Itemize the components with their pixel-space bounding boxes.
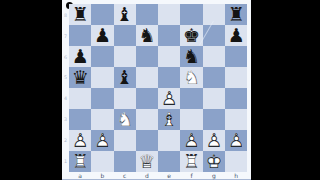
left-letterbox-bar xyxy=(0,0,62,180)
square-d7[interactable]: ♞ xyxy=(136,25,158,46)
piece-black-queen: ♛ xyxy=(69,67,91,88)
square-d8[interactable] xyxy=(136,4,158,25)
black-piece-glyph: ♝ xyxy=(114,67,136,88)
square-a3[interactable] xyxy=(69,109,91,130)
piece-black-pawn: ♟ xyxy=(91,25,113,46)
white-piece-outline: ♖ xyxy=(69,151,91,172)
piece-white-pawn: ♟♙ xyxy=(225,130,247,151)
square-f4[interactable] xyxy=(180,88,202,109)
file-label-d: d xyxy=(136,172,158,179)
square-a6[interactable]: ♟ xyxy=(69,46,91,67)
white-piece-outline: ♕ xyxy=(136,151,158,172)
square-f6[interactable]: ♞ xyxy=(180,46,202,67)
square-c8[interactable]: ♝ xyxy=(114,4,136,25)
square-e3[interactable]: ♝♗ xyxy=(158,109,180,130)
black-piece-glyph: ♜ xyxy=(69,4,91,25)
square-h3[interactable] xyxy=(225,109,247,130)
square-h1[interactable] xyxy=(225,151,247,172)
white-piece-outline: ♙ xyxy=(91,130,113,151)
piece-white-king: ♚♔ xyxy=(203,151,225,172)
square-g3[interactable] xyxy=(203,109,225,130)
rank-label-6: 6 xyxy=(63,54,69,60)
square-g4[interactable] xyxy=(203,88,225,109)
white-piece-outline: ♘ xyxy=(114,109,136,130)
file-label-b: b xyxy=(91,172,113,179)
file-label-e: e xyxy=(158,172,180,179)
white-piece-outline: ♙ xyxy=(158,88,180,109)
black-piece-glyph: ♜ xyxy=(225,4,247,25)
black-piece-glyph: ♟ xyxy=(69,46,91,67)
square-h4[interactable] xyxy=(225,88,247,109)
piece-white-rook: ♜♖ xyxy=(69,151,91,172)
white-piece-outline: ♙ xyxy=(203,130,225,151)
piece-white-bishop: ♝♗ xyxy=(158,109,180,130)
black-piece-glyph: ♟ xyxy=(225,25,247,46)
white-piece-outline: ♙ xyxy=(69,130,91,151)
white-piece-outline: ♖ xyxy=(180,151,202,172)
rank-label-7: 7 xyxy=(63,33,69,39)
square-h7[interactable]: ♟ xyxy=(225,25,247,46)
rank-label-2: 2 xyxy=(63,138,69,144)
square-b6[interactable] xyxy=(91,46,113,67)
square-g5[interactable] xyxy=(203,67,225,88)
piece-black-rook: ♜ xyxy=(225,4,247,25)
rank-label-8: 8 xyxy=(63,12,69,18)
white-piece-outline: ♗ xyxy=(158,109,180,130)
piece-white-pawn: ♟♙ xyxy=(203,130,225,151)
screenshot-stage: ♜♝♜♟♞♚♟♟♞♛♝♞♘♟♙♞♘♝♗♟♙♟♙♟♙♟♙♟♙♜♖♛♕♜♖♚♔ 87… xyxy=(0,0,320,180)
square-e1[interactable] xyxy=(158,151,180,172)
square-b1[interactable] xyxy=(91,151,113,172)
piece-black-pawn: ♟ xyxy=(225,25,247,46)
square-b7[interactable]: ♟ xyxy=(91,25,113,46)
piece-black-knight: ♞ xyxy=(180,46,202,67)
black-piece-glyph: ♞ xyxy=(180,46,202,67)
file-label-h: h xyxy=(225,172,247,179)
square-d4[interactable] xyxy=(136,88,158,109)
chess-board: ♜♝♜♟♞♚♟♟♞♛♝♞♘♟♙♞♘♝♗♟♙♟♙♟♙♟♙♟♙♜♖♛♕♜♖♚♔ xyxy=(69,4,247,172)
square-c2[interactable] xyxy=(114,130,136,151)
rank-label-1: 1 xyxy=(63,159,69,165)
rank-label-3: 3 xyxy=(63,117,69,123)
square-a2[interactable]: ♟♙ xyxy=(69,130,91,151)
piece-white-pawn: ♟♙ xyxy=(69,130,91,151)
square-d1[interactable]: ♛♕ xyxy=(136,151,158,172)
piece-black-bishop: ♝ xyxy=(114,67,136,88)
right-letterbox-bar xyxy=(251,0,320,180)
square-a1[interactable]: ♜♖ xyxy=(69,151,91,172)
square-c6[interactable] xyxy=(114,46,136,67)
square-a8[interactable]: ♜ xyxy=(69,4,91,25)
square-c7[interactable] xyxy=(114,25,136,46)
square-c4[interactable] xyxy=(114,88,136,109)
square-c1[interactable] xyxy=(114,151,136,172)
square-a7[interactable] xyxy=(69,25,91,46)
square-g2[interactable]: ♟♙ xyxy=(203,130,225,151)
square-e6[interactable] xyxy=(158,46,180,67)
square-a5[interactable]: ♛ xyxy=(69,67,91,88)
square-c3[interactable]: ♞♘ xyxy=(114,109,136,130)
square-e2[interactable] xyxy=(158,130,180,151)
piece-black-bishop: ♝ xyxy=(114,4,136,25)
piece-white-knight: ♞♘ xyxy=(114,109,136,130)
square-a4[interactable] xyxy=(69,88,91,109)
square-b5[interactable] xyxy=(91,67,113,88)
piece-black-rook: ♜ xyxy=(69,4,91,25)
square-f5[interactable]: ♞♘ xyxy=(180,67,202,88)
square-c5[interactable]: ♝ xyxy=(114,67,136,88)
square-b4[interactable] xyxy=(91,88,113,109)
square-b2[interactable]: ♟♙ xyxy=(91,130,113,151)
black-piece-glyph: ♝ xyxy=(114,4,136,25)
square-h6[interactable] xyxy=(225,46,247,67)
square-e8[interactable] xyxy=(158,4,180,25)
rank-label-5: 5 xyxy=(63,75,69,81)
square-e7[interactable] xyxy=(158,25,180,46)
black-piece-glyph: ♞ xyxy=(136,25,158,46)
square-f1[interactable]: ♜♖ xyxy=(180,151,202,172)
piece-white-pawn: ♟♙ xyxy=(158,88,180,109)
square-h5[interactable] xyxy=(225,67,247,88)
file-label-c: c xyxy=(114,172,136,179)
rank-label-4: 4 xyxy=(63,96,69,102)
file-label-g: g xyxy=(203,172,225,179)
piece-white-pawn: ♟♙ xyxy=(91,130,113,151)
square-g1[interactable]: ♚♔ xyxy=(203,151,225,172)
file-label-a: a xyxy=(69,172,91,179)
square-d5[interactable] xyxy=(136,67,158,88)
piece-white-queen: ♛♕ xyxy=(136,151,158,172)
white-piece-outline: ♘ xyxy=(180,67,202,88)
piece-white-pawn: ♟♙ xyxy=(180,130,202,151)
piece-white-rook: ♜♖ xyxy=(180,151,202,172)
square-g6[interactable] xyxy=(203,46,225,67)
square-g8[interactable] xyxy=(203,4,225,25)
square-b8[interactable] xyxy=(91,4,113,25)
square-f2[interactable]: ♟♙ xyxy=(180,130,202,151)
white-piece-outline: ♙ xyxy=(180,130,202,151)
black-piece-glyph: ♛ xyxy=(69,67,91,88)
black-piece-glyph: ♟ xyxy=(91,25,113,46)
square-b3[interactable] xyxy=(91,109,113,130)
piece-black-knight: ♞ xyxy=(136,25,158,46)
white-piece-outline: ♔ xyxy=(203,151,225,172)
white-piece-outline: ♙ xyxy=(225,130,247,151)
square-e4[interactable]: ♟♙ xyxy=(158,88,180,109)
square-d6[interactable] xyxy=(136,46,158,67)
square-h8[interactable]: ♜ xyxy=(225,4,247,25)
file-label-f: f xyxy=(181,172,203,179)
square-f3[interactable] xyxy=(180,109,202,130)
piece-black-pawn: ♟ xyxy=(69,46,91,67)
square-d2[interactable] xyxy=(136,130,158,151)
piece-white-knight: ♞♘ xyxy=(180,67,202,88)
square-g7[interactable] xyxy=(203,25,225,46)
square-f8[interactable] xyxy=(180,4,202,25)
square-h2[interactable]: ♟♙ xyxy=(225,130,247,151)
chess-board-panel: ♜♝♜♟♞♚♟♟♞♛♝♞♘♟♙♞♘♝♗♟♙♟♙♟♙♟♙♟♙♜♖♛♕♜♖♚♔ 87… xyxy=(62,0,251,180)
square-e5[interactable] xyxy=(158,67,180,88)
square-d3[interactable] xyxy=(136,109,158,130)
